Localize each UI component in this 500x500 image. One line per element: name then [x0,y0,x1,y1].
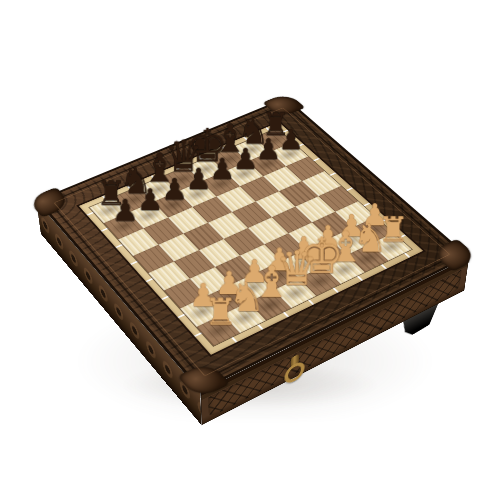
piece-glyph: ♟ [95,196,155,227]
corner-scroll-ornament [430,239,479,272]
product-photo-scene: ♜♞♝♛♚♝♞♜♟♟♟♟♟♟♟♟♟♟♟♟♟♟♟♟♜♞♝♛♚♝♞♜ [0,0,500,500]
corner-scroll-ornament [27,187,72,217]
piece-glyph: ♜ [188,293,253,332]
